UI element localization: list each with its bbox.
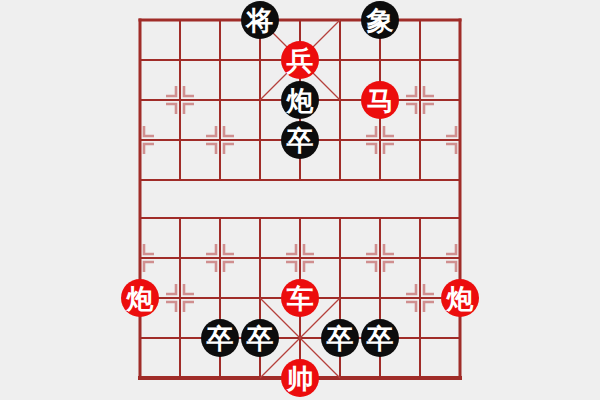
black-soldier[interactable]: 卒: [281, 121, 319, 159]
red-soldier[interactable]: 兵: [281, 41, 319, 79]
black-cannon[interactable]: 炮: [281, 81, 319, 119]
xiangqi-board: 将象兵炮马卒炮车炮卒卒卒卒帅: [0, 0, 600, 400]
black-general[interactable]: 将: [241, 1, 279, 39]
red-general[interactable]: 帅: [281, 359, 319, 397]
black-soldier[interactable]: 卒: [201, 319, 239, 357]
black-soldier[interactable]: 卒: [241, 319, 279, 357]
red-chariot[interactable]: 车: [281, 279, 319, 317]
black-soldier[interactable]: 卒: [361, 319, 399, 357]
red-cannon[interactable]: 炮: [121, 279, 159, 317]
red-cannon[interactable]: 炮: [441, 279, 479, 317]
red-horse[interactable]: 马: [361, 81, 399, 119]
black-soldier[interactable]: 卒: [321, 319, 359, 357]
black-elephant[interactable]: 象: [361, 1, 399, 39]
